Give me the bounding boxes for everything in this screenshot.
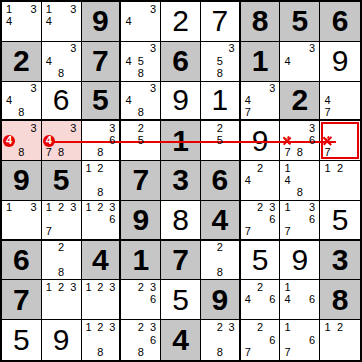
candidate-8: 8 (94, 346, 106, 359)
cell-r4c9[interactable]: 47 (320, 121, 360, 161)
cell-r2c4[interactable]: 3458 (121, 42, 161, 82)
empty-candidate-slot (28, 226, 40, 238)
candidate-grid: 246 (242, 281, 279, 318)
cell-r7c4[interactable]: 1 (121, 241, 161, 281)
empty-candidate-slot (122, 83, 134, 95)
empty-candidate-slot (266, 174, 278, 186)
cell-r4c4[interactable]: 25 (121, 121, 161, 161)
candidate-8: 8 (15, 147, 27, 159)
empty-candidate-slot (334, 174, 347, 186)
candidate-4: 4 (321, 94, 334, 106)
empty-candidate-slot (135, 15, 147, 27)
cell-r2c6[interactable]: 358 (201, 42, 241, 82)
candidate-1: 1 (3, 202, 15, 214)
cell-r6c4[interactable]: 9 (121, 201, 161, 241)
empty-candidate-slot (43, 43, 55, 55)
cell-r7c1[interactable]: 6 (2, 241, 42, 281)
candidate-8: 8 (135, 346, 147, 359)
candidate-2: 2 (135, 321, 147, 334)
empty-candidate-slot (294, 202, 306, 214)
cell-r8c3[interactable]: 123 (82, 280, 122, 320)
cell-r3c4[interactable]: 348 (121, 82, 161, 122)
empty-candidate-slot (294, 346, 306, 359)
solved-digit: 9 (291, 245, 308, 275)
empty-candidate-slot (321, 174, 334, 186)
candidate-3: 3 (106, 281, 118, 293)
empty-candidate-slot (67, 55, 79, 67)
cell-r7c6[interactable]: 28 (201, 241, 241, 281)
cell-r9c4[interactable]: 2368 (121, 320, 161, 360)
empty-candidate-slot (67, 214, 79, 226)
empty-candidate-slot (346, 162, 359, 174)
empty-candidate-slot (266, 306, 278, 318)
cell-r8c6[interactable]: 9 (201, 280, 241, 320)
candidate-1: 1 (43, 281, 55, 293)
empty-candidate-slot (135, 334, 147, 347)
cell-r3c6[interactable]: 1 (201, 82, 241, 122)
empty-candidate-slot (294, 281, 306, 293)
candidate-1: 1 (281, 162, 293, 174)
candidate-grid: 146 (281, 281, 318, 318)
candidate-grid: 358 (202, 43, 238, 80)
candidate-4: 4 (242, 174, 254, 186)
empty-candidate-slot (214, 254, 226, 266)
cell-r6c5[interactable]: 8 (161, 201, 201, 241)
candidate-4: 4 (281, 174, 293, 186)
candidate-4: 4 (43, 15, 55, 27)
candidate-6: 6 (147, 334, 159, 347)
empty-candidate-slot (294, 226, 306, 238)
cell-r9c8[interactable]: 167 (280, 320, 320, 360)
cell-r1c7[interactable]: 8 (241, 2, 281, 42)
candidate-3: 3 (226, 321, 238, 334)
empty-candidate-slot (226, 346, 238, 359)
empty-candidate-slot (15, 94, 27, 106)
cell-r2c9[interactable]: 9 (320, 42, 360, 82)
empty-candidate-slot (106, 294, 118, 306)
cell-r9c7[interactable]: 267 (241, 320, 281, 360)
empty-candidate-slot (15, 3, 27, 15)
cell-r8c1[interactable]: 7 (2, 280, 42, 320)
empty-candidate-slot (147, 15, 159, 27)
empty-candidate-slot (294, 67, 306, 79)
candidate-4: 4 (242, 294, 254, 306)
candidate-grid: 167 (281, 321, 318, 359)
candidate-2: 2 (55, 281, 67, 293)
empty-candidate-slot (55, 3, 67, 15)
cell-r2c1[interactable]: 2 (2, 42, 42, 82)
cell-r7c3[interactable]: 4 (82, 241, 122, 281)
candidate-3: 3 (266, 202, 278, 214)
given-digit: 1 (172, 126, 189, 156)
empty-candidate-slot (226, 135, 238, 147)
given-digit: 6 (332, 6, 349, 36)
empty-candidate-slot (83, 147, 95, 159)
cell-r5c7[interactable]: 24 (241, 161, 281, 201)
empty-candidate-slot (254, 226, 266, 238)
empty-candidate-slot (67, 242, 79, 254)
candidate-8: 8 (94, 147, 106, 159)
cell-r1c2[interactable]: 134 (42, 2, 82, 42)
candidate-7: 7 (242, 106, 254, 118)
candidate-3: 3 (306, 202, 318, 214)
given-digit: 6 (172, 46, 189, 76)
empty-candidate-slot (28, 214, 40, 226)
given-digit: 9 (92, 6, 109, 36)
cell-r6c7[interactable]: 2367 (241, 201, 281, 241)
empty-candidate-slot (3, 147, 15, 159)
empty-candidate-slot (321, 187, 334, 199)
cell-r4c5[interactable]: 1 (161, 121, 201, 161)
given-digit: 9 (211, 285, 228, 315)
candidate-3: 3 (147, 281, 159, 293)
candidate-grid: 148 (281, 162, 318, 199)
cell-r3c1[interactable]: 348 (2, 82, 42, 122)
candidate-7: 7 (281, 346, 293, 359)
empty-candidate-slot (294, 122, 306, 134)
cell-r8c8[interactable]: 146 (280, 280, 320, 320)
cell-r7c7[interactable]: 5 (241, 241, 281, 281)
empty-candidate-slot (254, 174, 266, 186)
eliminated-candidate-4: 4 (281, 135, 293, 147)
cell-r5c3[interactable]: 128 (82, 161, 122, 201)
candidate-4: 4 (122, 94, 134, 106)
cell-r5c6[interactable]: 6 (201, 161, 241, 201)
eliminated-candidate-4: 4 (321, 135, 334, 147)
empty-candidate-slot (334, 135, 347, 147)
empty-candidate-slot (202, 321, 214, 334)
empty-candidate-slot (242, 281, 254, 293)
empty-candidate-slot (43, 266, 55, 278)
cell-r3c7[interactable]: 347 (241, 82, 281, 122)
cell-r4c7[interactable]: 9 (241, 121, 281, 161)
cell-r1c4[interactable]: 34 (121, 2, 161, 42)
empty-candidate-slot (306, 321, 318, 334)
cell-r1c3[interactable]: 9 (82, 2, 122, 42)
solved-digit: 7 (211, 6, 228, 36)
empty-candidate-slot (321, 83, 334, 95)
cell-r4c8[interactable]: 34678 (280, 121, 320, 161)
candidate-grid: 347 (242, 83, 279, 119)
empty-candidate-slot (306, 187, 318, 199)
solved-digit: 9 (53, 325, 70, 355)
candidate-7: 7 (281, 147, 293, 159)
cell-r7c2[interactable]: 28 (42, 241, 82, 281)
empty-candidate-slot (266, 94, 278, 106)
cell-r6c2[interactable]: 1237 (42, 201, 82, 241)
candidate-8: 8 (135, 106, 147, 118)
empty-candidate-slot (122, 135, 134, 147)
cell-r8c5[interactable]: 5 (161, 280, 201, 320)
cell-r7c9[interactable]: 3 (320, 241, 360, 281)
cell-r5c8[interactable]: 148 (280, 161, 320, 201)
candidate-3: 3 (106, 321, 118, 334)
candidate-3: 3 (28, 202, 40, 214)
given-digit: 5 (291, 6, 308, 36)
empty-candidate-slot (67, 254, 79, 266)
cell-r5c4[interactable]: 7 (121, 161, 161, 201)
empty-candidate-slot (55, 306, 67, 318)
empty-candidate-slot (346, 334, 359, 347)
empty-candidate-slot (67, 306, 79, 318)
empty-candidate-slot (122, 321, 134, 334)
cell-r6c9[interactable]: 5 (320, 201, 360, 241)
empty-candidate-slot (94, 334, 106, 347)
empty-candidate-slot (28, 15, 40, 27)
empty-candidate-slot (281, 306, 293, 318)
candidate-3: 3 (147, 43, 159, 55)
empty-candidate-slot (242, 202, 254, 214)
given-digit: 3 (332, 245, 349, 275)
candidate-7: 7 (242, 346, 254, 359)
candidate-2: 2 (135, 122, 147, 134)
empty-candidate-slot (242, 334, 254, 347)
empty-candidate-slot (28, 106, 40, 118)
candidate-grid: 238 (202, 321, 238, 359)
cell-r9c3[interactable]: 1238 (82, 320, 122, 360)
empty-candidate-slot (226, 242, 238, 254)
empty-candidate-slot (147, 306, 159, 318)
empty-candidate-slot (346, 106, 359, 118)
candidate-grid: 1238 (83, 321, 119, 359)
empty-candidate-slot (147, 147, 159, 159)
candidate-1: 1 (3, 3, 15, 15)
cell-r1c9[interactable]: 6 (320, 2, 360, 42)
cell-r5c2[interactable]: 5 (42, 161, 82, 201)
candidate-grid: 3478 (43, 122, 80, 159)
candidate-grid: 2368 (122, 321, 159, 359)
cell-r5c1[interactable]: 9 (2, 161, 42, 201)
empty-candidate-slot (202, 55, 214, 67)
empty-candidate-slot (147, 122, 159, 134)
candidate-8: 8 (15, 106, 27, 118)
empty-candidate-slot (147, 55, 159, 67)
cell-r1c5[interactable]: 2 (161, 2, 201, 42)
empty-candidate-slot (306, 174, 318, 186)
given-digit: 5 (53, 165, 70, 195)
candidate-1: 1 (83, 281, 95, 293)
empty-candidate-slot (254, 346, 266, 359)
empty-candidate-slot (254, 214, 266, 226)
cell-r4c3[interactable]: 368 (82, 121, 122, 161)
cell-r1c8[interactable]: 5 (280, 2, 320, 42)
empty-candidate-slot (281, 122, 293, 134)
cell-r3c3[interactable]: 5 (82, 82, 122, 122)
empty-candidate-slot (254, 83, 266, 95)
candidate-1: 1 (321, 162, 334, 174)
given-digit: 4 (211, 205, 228, 235)
empty-candidate-slot (294, 321, 306, 334)
given-digit: 6 (211, 165, 228, 195)
cell-r3c5[interactable]: 9 (161, 82, 201, 122)
empty-candidate-slot (43, 294, 55, 306)
empty-candidate-slot (106, 306, 118, 318)
empty-candidate-slot (15, 122, 27, 134)
empty-candidate-slot (55, 122, 67, 134)
empty-candidate-slot (334, 187, 347, 199)
candidate-1: 1 (281, 202, 293, 214)
candidate-grid: 123 (83, 281, 119, 318)
given-digit: 4 (92, 245, 109, 275)
empty-candidate-slot (15, 28, 27, 40)
empty-candidate-slot (28, 147, 40, 159)
cell-r6c6[interactable]: 4 (201, 201, 241, 241)
candidate-3: 3 (306, 43, 318, 55)
empty-candidate-slot (122, 294, 134, 306)
candidate-2: 2 (254, 281, 266, 293)
empty-candidate-slot (83, 174, 95, 186)
cell-r2c7[interactable]: 1 (241, 42, 281, 82)
empty-candidate-slot (135, 83, 147, 95)
cell-r9c5[interactable]: 4 (161, 320, 201, 360)
empty-candidate-slot (281, 43, 293, 55)
candidate-grid: 24 (242, 162, 279, 199)
cell-r3c9[interactable]: 47 (320, 82, 360, 122)
candidate-grid: 267 (242, 321, 279, 359)
cell-r2c8[interactable]: 34 (280, 42, 320, 82)
empty-candidate-slot (28, 94, 40, 106)
candidate-6: 6 (306, 334, 318, 347)
empty-candidate-slot (281, 67, 293, 79)
cell-r9c2[interactable]: 9 (42, 320, 82, 360)
cell-r5c9[interactable]: 12 (320, 161, 360, 201)
empty-candidate-slot (55, 294, 67, 306)
empty-candidate-slot (28, 28, 40, 40)
empty-candidate-slot (122, 43, 134, 55)
cell-r9c9[interactable]: 12 (320, 320, 360, 360)
candidate-1: 1 (43, 3, 55, 15)
empty-candidate-slot (122, 306, 134, 318)
candidate-8: 8 (214, 346, 226, 359)
cell-r7c8[interactable]: 9 (280, 241, 320, 281)
empty-candidate-slot (83, 346, 95, 359)
candidate-5: 5 (214, 55, 226, 67)
empty-candidate-slot (202, 135, 214, 147)
empty-candidate-slot (106, 162, 118, 174)
candidate-2: 2 (254, 321, 266, 334)
candidate-6: 6 (106, 135, 118, 147)
empty-candidate-slot (294, 174, 306, 186)
candidate-6: 6 (306, 135, 318, 147)
cell-r9c1[interactable]: 5 (2, 320, 42, 360)
cell-r2c3[interactable]: 7 (82, 42, 122, 82)
empty-candidate-slot (135, 94, 147, 106)
empty-candidate-slot (135, 28, 147, 40)
candidate-2: 2 (214, 122, 226, 134)
cell-r3c2[interactable]: 6 (42, 82, 82, 122)
empty-candidate-slot (135, 306, 147, 318)
empty-candidate-slot (346, 147, 359, 159)
cell-r6c1[interactable]: 13 (2, 201, 42, 241)
candidate-grid: 1236 (83, 202, 119, 238)
candidate-2: 2 (214, 321, 226, 334)
empty-candidate-slot (55, 28, 67, 40)
candidate-grid: 34678 (281, 122, 318, 159)
empty-candidate-slot (55, 254, 67, 266)
empty-candidate-slot (55, 55, 67, 67)
candidate-3: 3 (306, 122, 318, 134)
empty-candidate-slot (94, 135, 106, 147)
empty-candidate-slot (202, 67, 214, 79)
cell-r2c2[interactable]: 348 (42, 42, 82, 82)
cell-r3c8[interactable]: 2 (280, 82, 320, 122)
empty-candidate-slot (306, 281, 318, 293)
cell-r4c2[interactable]: 3478 (42, 121, 82, 161)
empty-candidate-slot (294, 334, 306, 347)
empty-candidate-slot (122, 3, 134, 15)
cell-r6c3[interactable]: 1236 (82, 201, 122, 241)
candidate-4: 4 (3, 15, 15, 27)
empty-candidate-slot (226, 122, 238, 134)
empty-candidate-slot (202, 242, 214, 254)
candidate-3: 3 (28, 122, 40, 134)
empty-candidate-slot (294, 135, 306, 147)
cell-r8c9[interactable]: 8 (320, 280, 360, 320)
empty-candidate-slot (306, 67, 318, 79)
empty-candidate-slot (83, 334, 95, 347)
empty-candidate-slot (202, 346, 214, 359)
empty-candidate-slot (226, 67, 238, 79)
candidate-7: 7 (43, 147, 55, 159)
empty-candidate-slot (94, 122, 106, 134)
cell-r6c8[interactable]: 1367 (280, 201, 320, 241)
empty-candidate-slot (15, 15, 27, 27)
empty-candidate-slot (122, 281, 134, 293)
candidate-6: 6 (266, 294, 278, 306)
empty-candidate-slot (334, 94, 347, 106)
empty-candidate-slot (122, 106, 134, 118)
empty-candidate-slot (135, 294, 147, 306)
empty-candidate-slot (254, 106, 266, 118)
empty-candidate-slot (306, 162, 318, 174)
empty-candidate-slot (321, 122, 334, 134)
empty-candidate-slot (266, 321, 278, 334)
empty-candidate-slot (106, 226, 118, 238)
empty-candidate-slot (122, 346, 134, 359)
given-digit: 4 (172, 325, 189, 355)
empty-candidate-slot (242, 214, 254, 226)
cell-r1c6[interactable]: 7 (201, 2, 241, 42)
empty-candidate-slot (43, 306, 55, 318)
candidate-1: 1 (43, 202, 55, 214)
solved-digit: 5 (332, 205, 349, 235)
cell-r7c5[interactable]: 7 (161, 241, 201, 281)
cell-r8c2[interactable]: 123 (42, 280, 82, 320)
cell-r4c1[interactable]: 348 (2, 121, 42, 161)
empty-candidate-slot (147, 346, 159, 359)
candidate-2: 2 (135, 281, 147, 293)
cell-r2c5[interactable]: 6 (161, 42, 201, 82)
cell-r8c7[interactable]: 246 (241, 280, 281, 320)
candidate-3: 3 (67, 122, 79, 134)
cell-r9c6[interactable]: 238 (201, 320, 241, 360)
candidate-2: 2 (214, 242, 226, 254)
solved-digit: 5 (252, 245, 269, 275)
empty-candidate-slot (147, 28, 159, 40)
candidate-grid: 236 (122, 281, 159, 318)
circled-candidate-4: 4 (43, 135, 55, 147)
cell-r4c6[interactable]: 25 (201, 121, 241, 161)
empty-candidate-slot (83, 226, 95, 238)
empty-candidate-slot (226, 266, 238, 278)
cell-r1c1[interactable]: 134 (2, 2, 42, 42)
empty-candidate-slot (55, 43, 67, 55)
candidate-3: 3 (67, 281, 79, 293)
cell-r5c5[interactable]: 3 (161, 161, 201, 201)
candidate-4: 4 (281, 294, 293, 306)
candidate-1: 1 (83, 321, 95, 334)
cell-r8c4[interactable]: 236 (121, 280, 161, 320)
